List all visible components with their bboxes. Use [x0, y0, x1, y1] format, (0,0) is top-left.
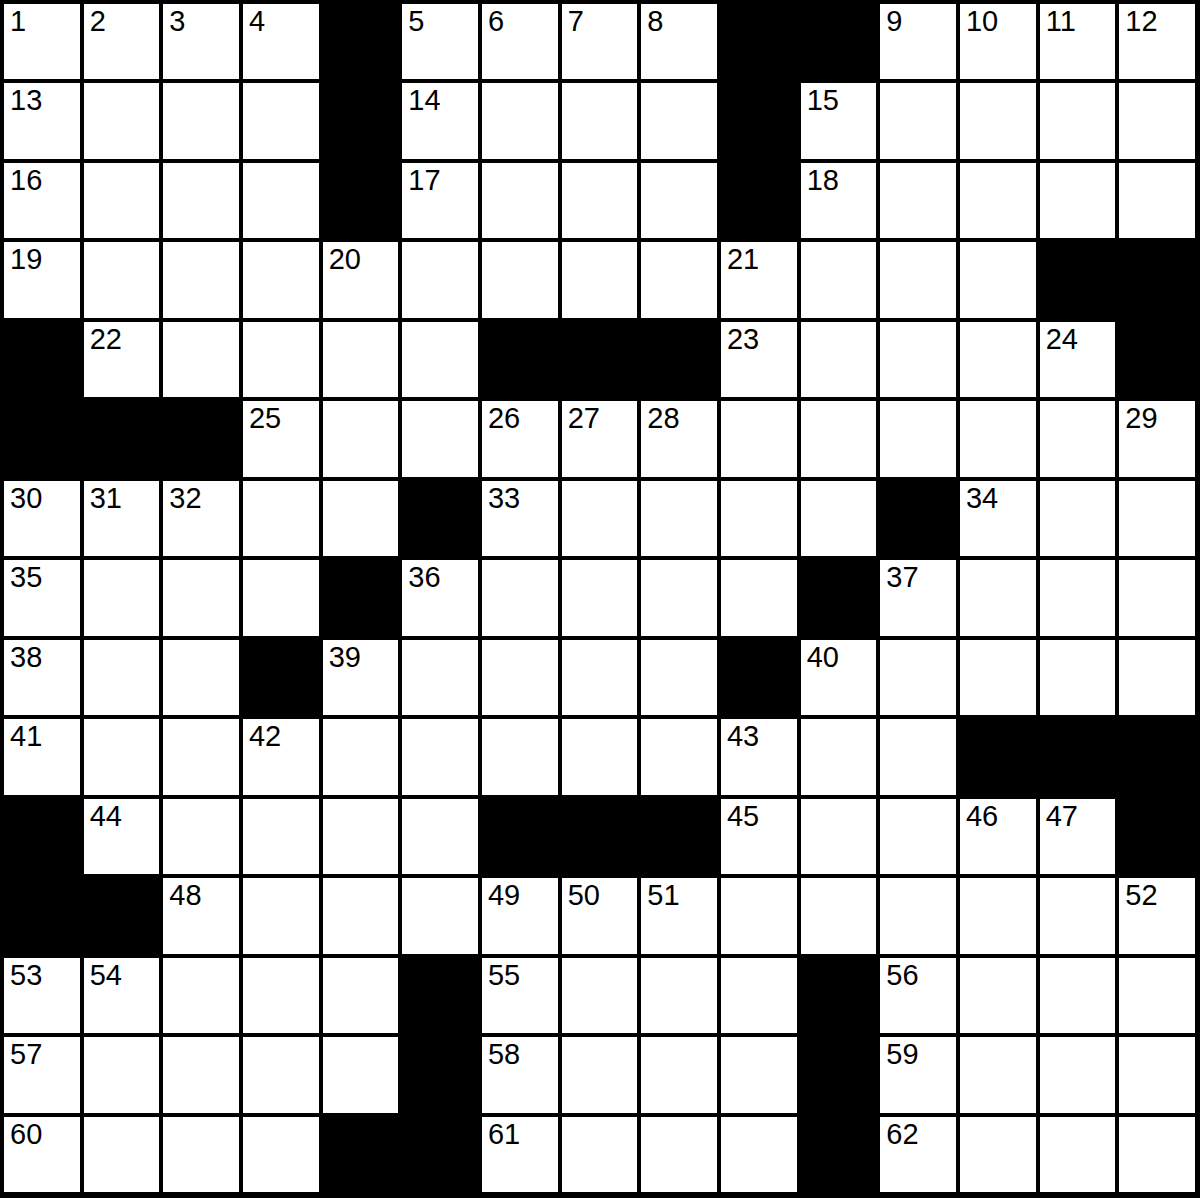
black-square-r12c5: [402, 958, 478, 1033]
cell-r8c2[interactable]: [163, 640, 239, 715]
cell-r12c3[interactable]: [243, 958, 319, 1033]
cell-r11c6[interactable]: 49: [482, 878, 558, 953]
cell-r6c7[interactable]: [562, 481, 638, 556]
clue-number: 19: [10, 244, 42, 274]
cell-r3c6[interactable]: [482, 242, 558, 317]
black-square-r10c14: [1119, 799, 1195, 874]
clue-number: 29: [1125, 403, 1157, 433]
black-square-r14c4: [323, 1117, 399, 1192]
cell-r8c11[interactable]: [880, 640, 956, 715]
cell-r0c5[interactable]: 5: [402, 4, 478, 79]
cell-r12c6[interactable]: 55: [482, 958, 558, 1033]
clue-number: 40: [807, 642, 839, 672]
black-square-r4c14: [1119, 322, 1195, 397]
black-square-r0c10: [801, 4, 877, 79]
cell-r6c6[interactable]: 33: [482, 481, 558, 556]
cell-r6c0[interactable]: 30: [4, 481, 80, 556]
cell-r13c0[interactable]: 57: [4, 1037, 80, 1112]
cell-r12c1[interactable]: 54: [84, 958, 160, 1033]
cell-r12c13[interactable]: [1040, 958, 1116, 1033]
cell-r4c9[interactable]: 23: [721, 322, 797, 397]
clue-number: 25: [249, 403, 281, 433]
cell-r1c1[interactable]: [84, 83, 160, 158]
cell-r7c7[interactable]: [562, 560, 638, 635]
clue-number: 41: [10, 721, 42, 751]
clue-number: 33: [488, 483, 520, 513]
cell-r1c14[interactable]: [1119, 83, 1195, 158]
cell-r14c6[interactable]: 61: [482, 1117, 558, 1192]
cell-r5c3[interactable]: 25: [243, 401, 319, 476]
clue-number: 50: [568, 880, 600, 910]
cell-r5c10[interactable]: [801, 401, 877, 476]
cell-r0c0[interactable]: 1: [4, 4, 80, 79]
cell-r8c0[interactable]: 38: [4, 640, 80, 715]
clue-number: 47: [1046, 801, 1078, 831]
black-square-r8c9: [721, 640, 797, 715]
cell-r9c5[interactable]: [402, 719, 478, 794]
cell-r10c12[interactable]: 46: [960, 799, 1036, 874]
clue-number: 24: [1046, 324, 1078, 354]
cell-r8c5[interactable]: [402, 640, 478, 715]
cell-r14c7[interactable]: [562, 1117, 638, 1192]
cell-r6c4[interactable]: [323, 481, 399, 556]
cell-r11c4[interactable]: [323, 878, 399, 953]
clue-number: 60: [10, 1119, 42, 1149]
cell-r3c3[interactable]: [243, 242, 319, 317]
cell-r6c3[interactable]: [243, 481, 319, 556]
cell-r6c1[interactable]: 31: [84, 481, 160, 556]
cell-r8c14[interactable]: [1119, 640, 1195, 715]
cell-r3c12[interactable]: [960, 242, 1036, 317]
cell-r5c5[interactable]: [402, 401, 478, 476]
black-square-r9c14: [1119, 719, 1195, 794]
cell-r9c2[interactable]: [163, 719, 239, 794]
black-square-r5c2: [163, 401, 239, 476]
cell-r12c8[interactable]: [641, 958, 717, 1033]
clue-number: 57: [10, 1039, 42, 1069]
cell-r2c11[interactable]: [880, 163, 956, 238]
cell-r11c9[interactable]: [721, 878, 797, 953]
cell-r7c12[interactable]: [960, 560, 1036, 635]
cell-r9c1[interactable]: [84, 719, 160, 794]
cell-r7c11[interactable]: 37: [880, 560, 956, 635]
clue-number: 22: [90, 324, 122, 354]
cell-r3c11[interactable]: [880, 242, 956, 317]
cell-r14c8[interactable]: [641, 1117, 717, 1192]
cell-r6c13[interactable]: [1040, 481, 1116, 556]
clue-number: 51: [647, 880, 679, 910]
cell-r2c12[interactable]: [960, 163, 1036, 238]
clue-number: 16: [10, 165, 42, 195]
cell-r3c4[interactable]: 20: [323, 242, 399, 317]
cell-r2c13[interactable]: [1040, 163, 1116, 238]
cell-r13c12[interactable]: [960, 1037, 1036, 1112]
clue-number: 12: [1125, 6, 1157, 36]
clue-number: 36: [408, 562, 440, 592]
cell-r4c3[interactable]: [243, 322, 319, 397]
cell-r4c10[interactable]: [801, 322, 877, 397]
cell-r8c6[interactable]: [482, 640, 558, 715]
clue-number: 31: [90, 483, 122, 513]
cell-r4c11[interactable]: [880, 322, 956, 397]
black-square-r14c5: [402, 1117, 478, 1192]
clue-number: 34: [966, 483, 998, 513]
cell-r4c5[interactable]: [402, 322, 478, 397]
cell-r5c4[interactable]: [323, 401, 399, 476]
cell-r4c1[interactable]: 22: [84, 322, 160, 397]
cell-r7c9[interactable]: [721, 560, 797, 635]
cell-r11c13[interactable]: [1040, 878, 1116, 953]
clue-number: 23: [727, 324, 759, 354]
clue-number: 9: [886, 6, 902, 36]
cell-r11c8[interactable]: 51: [641, 878, 717, 953]
cell-r2c10[interactable]: 18: [801, 163, 877, 238]
black-square-r11c0: [4, 878, 80, 953]
cell-r8c10[interactable]: 40: [801, 640, 877, 715]
cell-r2c5[interactable]: 17: [402, 163, 478, 238]
clue-number: 10: [966, 6, 998, 36]
cell-r11c12[interactable]: [960, 878, 1036, 953]
crossword-grid: 1234567891011121314151617181920212223242…: [0, 0, 1200, 1198]
cell-r3c9[interactable]: 21: [721, 242, 797, 317]
cell-r14c13[interactable]: [1040, 1117, 1116, 1192]
cell-r9c3[interactable]: 42: [243, 719, 319, 794]
clue-number: 17: [408, 165, 440, 195]
cell-r4c13[interactable]: 24: [1040, 322, 1116, 397]
black-square-r0c4: [323, 4, 399, 79]
cell-r2c2[interactable]: [163, 163, 239, 238]
clue-number: 18: [807, 165, 839, 195]
black-square-r6c5: [402, 481, 478, 556]
black-square-r13c5: [402, 1037, 478, 1112]
clue-number: 6: [488, 6, 504, 36]
cell-r14c3[interactable]: [243, 1117, 319, 1192]
cell-r5c6[interactable]: 26: [482, 401, 558, 476]
cell-r8c8[interactable]: [641, 640, 717, 715]
cell-r10c3[interactable]: [243, 799, 319, 874]
cell-r0c3[interactable]: 4: [243, 4, 319, 79]
black-square-r7c4: [323, 560, 399, 635]
cell-r14c12[interactable]: [960, 1117, 1036, 1192]
cell-r0c7[interactable]: 7: [562, 4, 638, 79]
cell-r14c0[interactable]: 60: [4, 1117, 80, 1192]
cell-r7c2[interactable]: [163, 560, 239, 635]
cell-r0c8[interactable]: 8: [641, 4, 717, 79]
cell-r3c0[interactable]: 19: [4, 242, 80, 317]
clue-number: 45: [727, 801, 759, 831]
cell-r12c2[interactable]: [163, 958, 239, 1033]
clue-number: 62: [886, 1119, 918, 1149]
cell-r7c5[interactable]: 36: [402, 560, 478, 635]
black-square-r5c0: [4, 401, 80, 476]
cell-r2c1[interactable]: [84, 163, 160, 238]
cell-r1c10[interactable]: 15: [801, 83, 877, 158]
cell-r8c7[interactable]: [562, 640, 638, 715]
cell-r11c2[interactable]: 48: [163, 878, 239, 953]
cell-r10c9[interactable]: 45: [721, 799, 797, 874]
cell-r12c0[interactable]: 53: [4, 958, 80, 1033]
clue-number: 44: [90, 801, 122, 831]
cell-r3c1[interactable]: [84, 242, 160, 317]
cell-r1c5[interactable]: 14: [402, 83, 478, 158]
cell-r13c7[interactable]: [562, 1037, 638, 1112]
clue-number: 38: [10, 642, 42, 672]
cell-r1c3[interactable]: [243, 83, 319, 158]
clue-number: 54: [90, 960, 122, 990]
clue-number: 37: [886, 562, 918, 592]
cell-r7c14[interactable]: [1119, 560, 1195, 635]
cell-r6c12[interactable]: 34: [960, 481, 1036, 556]
cell-r6c9[interactable]: [721, 481, 797, 556]
cell-r5c12[interactable]: [960, 401, 1036, 476]
clue-number: 39: [329, 642, 361, 672]
cell-r1c12[interactable]: [960, 83, 1036, 158]
cell-r8c1[interactable]: [84, 640, 160, 715]
cell-r5c8[interactable]: 28: [641, 401, 717, 476]
cell-r0c14[interactable]: 12: [1119, 4, 1195, 79]
cell-r6c8[interactable]: [641, 481, 717, 556]
black-square-r9c12: [960, 719, 1036, 794]
clue-number: 3: [169, 6, 185, 36]
cell-r0c6[interactable]: 6: [482, 4, 558, 79]
cell-r1c2[interactable]: [163, 83, 239, 158]
black-square-r1c9: [721, 83, 797, 158]
cell-r4c12[interactable]: [960, 322, 1036, 397]
clue-number: 5: [408, 6, 424, 36]
black-square-r5c1: [84, 401, 160, 476]
clue-number: 49: [488, 880, 520, 910]
clue-number: 8: [647, 6, 663, 36]
cell-r13c14[interactable]: [1119, 1037, 1195, 1112]
clue-number: 11: [1046, 6, 1076, 36]
cell-r14c2[interactable]: [163, 1117, 239, 1192]
clue-number: 52: [1125, 880, 1157, 910]
cell-r8c12[interactable]: [960, 640, 1036, 715]
cell-r13c6[interactable]: 58: [482, 1037, 558, 1112]
cell-r2c6[interactable]: [482, 163, 558, 238]
clue-number: 53: [10, 960, 42, 990]
black-square-r2c4: [323, 163, 399, 238]
black-square-r4c0: [4, 322, 80, 397]
cell-r1c13[interactable]: [1040, 83, 1116, 158]
cell-r12c11[interactable]: 56: [880, 958, 956, 1033]
cell-r13c3[interactable]: [243, 1037, 319, 1112]
clue-number: 59: [886, 1039, 918, 1069]
cell-r9c0[interactable]: 41: [4, 719, 80, 794]
cell-r4c4[interactable]: [323, 322, 399, 397]
black-square-r10c0: [4, 799, 80, 874]
cell-r2c8[interactable]: [641, 163, 717, 238]
cell-r13c1[interactable]: [84, 1037, 160, 1112]
cell-r0c2[interactable]: 3: [163, 4, 239, 79]
cell-r1c7[interactable]: [562, 83, 638, 158]
cell-r11c11[interactable]: [880, 878, 956, 953]
clue-number: 55: [488, 960, 520, 990]
clue-number: 32: [169, 483, 201, 513]
clue-number: 61: [488, 1119, 520, 1149]
black-square-r10c7: [562, 799, 638, 874]
cell-r12c9[interactable]: [721, 958, 797, 1033]
cell-r9c8[interactable]: [641, 719, 717, 794]
cell-r0c1[interactable]: 2: [84, 4, 160, 79]
cell-r14c11[interactable]: 62: [880, 1117, 956, 1192]
cell-r11c10[interactable]: [801, 878, 877, 953]
black-square-r9c13: [1040, 719, 1116, 794]
cell-r7c13[interactable]: [1040, 560, 1116, 635]
cell-r5c14[interactable]: 29: [1119, 401, 1195, 476]
clue-number: 48: [169, 880, 201, 910]
cell-r11c3[interactable]: [243, 878, 319, 953]
black-square-r10c6: [482, 799, 558, 874]
cell-r5c9[interactable]: [721, 401, 797, 476]
black-square-r4c8: [641, 322, 717, 397]
cell-r9c10[interactable]: [801, 719, 877, 794]
cell-r11c7[interactable]: 50: [562, 878, 638, 953]
cell-r13c9[interactable]: [721, 1037, 797, 1112]
clue-number: 46: [966, 801, 998, 831]
clue-number: 1: [10, 6, 26, 36]
cell-r2c3[interactable]: [243, 163, 319, 238]
black-square-r4c7: [562, 322, 638, 397]
cell-r3c2[interactable]: [163, 242, 239, 317]
cell-r1c11[interactable]: [880, 83, 956, 158]
cell-r12c4[interactable]: [323, 958, 399, 1033]
cell-r5c13[interactable]: [1040, 401, 1116, 476]
black-square-r7c10: [801, 560, 877, 635]
cell-r9c7[interactable]: [562, 719, 638, 794]
cell-r11c14[interactable]: 52: [1119, 878, 1195, 953]
clue-number: 15: [807, 85, 839, 115]
cell-r10c4[interactable]: [323, 799, 399, 874]
cell-r7c8[interactable]: [641, 560, 717, 635]
cell-r6c2[interactable]: 32: [163, 481, 239, 556]
clue-number: 42: [249, 721, 281, 751]
clue-number: 35: [10, 562, 42, 592]
cell-r7c3[interactable]: [243, 560, 319, 635]
cell-r10c13[interactable]: 47: [1040, 799, 1116, 874]
cell-r5c7[interactable]: 27: [562, 401, 638, 476]
cell-r0c13[interactable]: 11: [1040, 4, 1116, 79]
cell-r14c14[interactable]: [1119, 1117, 1195, 1192]
cell-r13c11[interactable]: 59: [880, 1037, 956, 1112]
cell-r1c0[interactable]: 13: [4, 83, 80, 158]
black-square-r0c9: [721, 4, 797, 79]
clue-number: 7: [568, 6, 584, 36]
cell-r0c12[interactable]: 10: [960, 4, 1036, 79]
cell-r4c2[interactable]: [163, 322, 239, 397]
cell-r2c0[interactable]: 16: [4, 163, 80, 238]
cell-r11c5[interactable]: [402, 878, 478, 953]
cell-r3c5[interactable]: [402, 242, 478, 317]
cell-r1c6[interactable]: [482, 83, 558, 158]
clue-number: 26: [488, 403, 520, 433]
black-square-r13c10: [801, 1037, 877, 1112]
cell-r3c8[interactable]: [641, 242, 717, 317]
cell-r6c14[interactable]: [1119, 481, 1195, 556]
cell-r7c6[interactable]: [482, 560, 558, 635]
black-square-r4c6: [482, 322, 558, 397]
black-square-r2c9: [721, 163, 797, 238]
clue-number: 4: [249, 6, 265, 36]
cell-r13c8[interactable]: [641, 1037, 717, 1112]
clue-number: 13: [10, 85, 42, 115]
cell-r12c12[interactable]: [960, 958, 1036, 1033]
black-square-r3c14: [1119, 242, 1195, 317]
cell-r8c4[interactable]: 39: [323, 640, 399, 715]
cell-r10c10[interactable]: [801, 799, 877, 874]
clue-number: 58: [488, 1039, 520, 1069]
cell-r7c1[interactable]: [84, 560, 160, 635]
black-square-r6c11: [880, 481, 956, 556]
clue-number: 14: [408, 85, 440, 115]
black-square-r11c1: [84, 878, 160, 953]
cell-r8c13[interactable]: [1040, 640, 1116, 715]
cell-r13c2[interactable]: [163, 1037, 239, 1112]
clue-number: 2: [90, 6, 106, 36]
cell-r9c4[interactable]: [323, 719, 399, 794]
cell-r10c2[interactable]: [163, 799, 239, 874]
black-square-r8c3: [243, 640, 319, 715]
black-square-r12c10: [801, 958, 877, 1033]
black-square-r14c10: [801, 1117, 877, 1192]
cell-r9c6[interactable]: [482, 719, 558, 794]
cell-r7c0[interactable]: 35: [4, 560, 80, 635]
cell-r1c8[interactable]: [641, 83, 717, 158]
cell-r3c10[interactable]: [801, 242, 877, 317]
clue-number: 21: [727, 244, 759, 274]
cell-r14c1[interactable]: [84, 1117, 160, 1192]
cell-r9c11[interactable]: [880, 719, 956, 794]
clue-number: 56: [886, 960, 918, 990]
cell-r6c10[interactable]: [801, 481, 877, 556]
cell-r10c11[interactable]: [880, 799, 956, 874]
cell-r2c14[interactable]: [1119, 163, 1195, 238]
cell-r13c4[interactable]: [323, 1037, 399, 1112]
cell-r13c13[interactable]: [1040, 1037, 1116, 1112]
black-square-r3c13: [1040, 242, 1116, 317]
clue-number: 43: [727, 721, 759, 751]
clue-number: 28: [647, 403, 679, 433]
black-square-r1c4: [323, 83, 399, 158]
cell-r10c1[interactable]: 44: [84, 799, 160, 874]
cell-r0c11[interactable]: 9: [880, 4, 956, 79]
cell-r12c14[interactable]: [1119, 958, 1195, 1033]
cell-r5c11[interactable]: [880, 401, 956, 476]
cell-r14c9[interactable]: [721, 1117, 797, 1192]
clue-number: 30: [10, 483, 42, 513]
cell-r9c9[interactable]: 43: [721, 719, 797, 794]
clue-number: 27: [568, 403, 600, 433]
black-square-r10c8: [641, 799, 717, 874]
cell-r10c5[interactable]: [402, 799, 478, 874]
cell-r2c7[interactable]: [562, 163, 638, 238]
cell-r3c7[interactable]: [562, 242, 638, 317]
cell-r12c7[interactable]: [562, 958, 638, 1033]
clue-number: 20: [329, 244, 361, 274]
